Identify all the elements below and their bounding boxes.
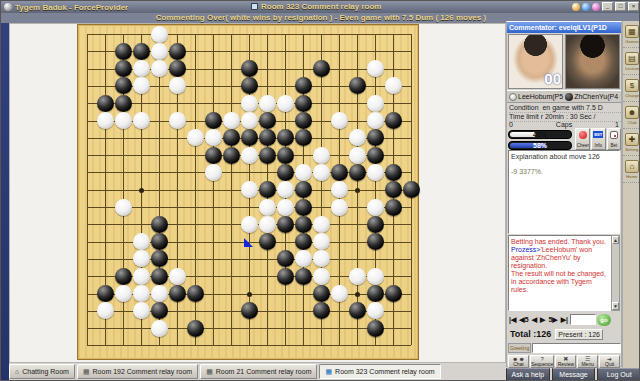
white-stone: [367, 302, 384, 319]
explanation-title: Explanation about move 126: [511, 153, 617, 160]
app-icon: [4, 3, 12, 11]
white-stone: [223, 112, 240, 129]
players-bar: LeeHobum(P5 ZhChenYu(P4: [507, 90, 621, 103]
white-stone: [169, 77, 186, 94]
explanation-body: -9 3377%.: [511, 168, 617, 175]
nav-button[interactable]: ▶: [539, 314, 546, 326]
black-stone: [295, 216, 312, 233]
black-stone: [295, 268, 312, 285]
black-stone: [295, 77, 312, 94]
dice-icon: [610, 131, 618, 139]
tab-room-323-comment-relay-room[interactable]: ▦Room 323 Comment relay room: [319, 364, 440, 379]
black-stone: [385, 285, 402, 302]
black-stone: [115, 95, 132, 112]
white-stone: [205, 129, 222, 146]
black-stone: [367, 285, 384, 302]
white-stone: [295, 250, 312, 267]
action-button-row: ☻☻Chat?Sequence✖Review☰Menu➜Quit: [507, 355, 621, 368]
log-out-button[interactable]: Log Out: [597, 368, 640, 381]
board-area: [9, 23, 506, 363]
white-stone: [313, 147, 330, 164]
black-stone: [151, 216, 168, 233]
white-stone: [313, 268, 330, 285]
black-stone: [259, 233, 276, 250]
right-icon-rail: ▦Games▤Lecture$Charge☻Club✚Setting⌂Home: [622, 21, 640, 368]
chat-panel: Betting has ended. Thank you. Prozess>'L…: [508, 235, 620, 311]
black-stone: [223, 147, 240, 164]
tab-icon: ⌂: [15, 368, 19, 375]
black-stone: [349, 77, 366, 94]
footer-buttons: Ask a helpMessageLog Out: [506, 368, 640, 381]
white-stone: [241, 216, 258, 233]
cheer-button[interactable]: Cheer: [575, 128, 590, 150]
white-stone: [151, 26, 168, 43]
black-stone: [259, 181, 276, 198]
star-point: [247, 292, 252, 297]
white-stone: [169, 268, 186, 285]
black-stone: [115, 43, 132, 60]
room-title: Room 323 Comment relay room: [251, 2, 381, 11]
room-tabs: ⌂Chatting Room▦Room 192 Comment relay ro…: [9, 363, 505, 380]
key-icon[interactable]: [592, 3, 600, 11]
black-player-name: ZhChenYu(P4: [574, 93, 618, 100]
home-icon: ⌂: [625, 160, 639, 173]
black-stone: [115, 77, 132, 94]
black-stone: [295, 112, 312, 129]
black-stone: [349, 164, 366, 181]
black-stone-icon: [565, 93, 573, 101]
bet-button[interactable]: Bet: [607, 128, 622, 150]
white-stone: [115, 199, 132, 216]
white-stone: [349, 129, 366, 146]
room-icon: [251, 3, 258, 10]
black-stone: [403, 181, 420, 198]
scroll-down-icon[interactable]: ▼: [612, 302, 619, 310]
black-stone: [277, 268, 294, 285]
black-stone: [115, 60, 132, 77]
tab-icon: ▦: [325, 368, 332, 376]
cheer-ball-icon: [579, 131, 587, 139]
bet-badge-icon: BET: [593, 131, 603, 138]
white-stone: [367, 112, 384, 129]
bet-ratio-bars: 42% 58%: [508, 130, 574, 152]
app-window: Tygem Baduk - ForceProvider Room 323 Com…: [0, 0, 640, 381]
white-stone: [277, 199, 294, 216]
black-stone: [295, 181, 312, 198]
black-stone: [313, 285, 330, 302]
black-stone: [331, 164, 348, 181]
black-stone: [151, 233, 168, 250]
club-icon: ☻: [625, 106, 639, 119]
black-stone: [223, 129, 240, 146]
black-stone: [385, 181, 402, 198]
white-stone: [367, 268, 384, 285]
chat-button[interactable]: ☻☻Chat: [508, 355, 529, 368]
chat-message: The result will not be changed, in accor…: [511, 270, 608, 294]
rail-item-lecture[interactable]: ▤Lecture: [623, 48, 640, 75]
title-bar: Tygem Baduk - ForceProvider Room 323 Com…: [1, 1, 640, 13]
black-stone: [367, 147, 384, 164]
white-stone: [151, 43, 168, 60]
black-stone: [367, 233, 384, 250]
explanation-panel: Explanation about move 126 -9 3377%.: [508, 150, 620, 234]
rail-item-games[interactable]: ▦Games: [623, 21, 640, 48]
black-stone: [187, 285, 204, 302]
maximize-button[interactable]: □: [615, 2, 626, 11]
menu-button[interactable]: ☰Menu: [577, 355, 598, 368]
globe-icon[interactable]: [582, 3, 590, 11]
white-stone: [313, 233, 330, 250]
white-player-photo: 00: [508, 34, 563, 89]
black-stone: [385, 164, 402, 181]
white-stone: [133, 77, 150, 94]
white-stone: [151, 60, 168, 77]
black-stone: [277, 129, 294, 146]
black-stone: [277, 250, 294, 267]
black-stone: [241, 77, 258, 94]
tab-icon: ▦: [206, 368, 213, 376]
ask-a-help-button[interactable]: Ask a help: [506, 368, 550, 381]
rail-item-club[interactable]: ☻Club: [623, 102, 640, 129]
chat-message: Betting has ended. Thank you.: [511, 238, 608, 246]
white-stone: [241, 147, 258, 164]
black-stone: [241, 302, 258, 319]
black-stone: [169, 285, 186, 302]
message-button[interactable]: Message: [552, 368, 596, 381]
white-stone: [277, 95, 294, 112]
white-stone: [133, 250, 150, 267]
white-stone: [313, 216, 330, 233]
quit-button[interactable]: ➜Quit: [599, 355, 620, 368]
nav-button[interactable]: ▶|: [560, 314, 569, 326]
scroll-up-icon[interactable]: ▲: [612, 236, 619, 244]
grid-line: [87, 345, 411, 346]
black-stone: [313, 302, 330, 319]
info-button[interactable]: BET Info: [591, 128, 606, 150]
white-stone: [349, 147, 366, 164]
last-move-marker: [244, 238, 253, 247]
sequence-button[interactable]: ?Sequence: [530, 355, 555, 368]
white-player-name: LeeHobum(P5: [518, 93, 563, 100]
black-stone: [97, 95, 114, 112]
setting-icon: ✚: [625, 133, 639, 146]
white-stone: [385, 77, 402, 94]
black-stone: [295, 95, 312, 112]
white-stone: [349, 268, 366, 285]
black-stone: [295, 233, 312, 250]
rail-item-charge[interactable]: $Charge: [623, 75, 640, 102]
black-stone: [97, 285, 114, 302]
grid-line: [87, 207, 411, 208]
white-stone: [133, 112, 150, 129]
white-stone: [331, 285, 348, 302]
white-captures: 0: [509, 121, 513, 129]
left-border-strip: [1, 23, 9, 381]
black-stone: [277, 216, 294, 233]
white-stone: [187, 129, 204, 146]
white-stone: [367, 60, 384, 77]
black-stone: [277, 164, 294, 181]
rail-item-setting[interactable]: ✚Setting: [623, 129, 640, 156]
black-player-photo: [565, 34, 620, 89]
white-stone: [133, 268, 150, 285]
close-button[interactable]: ×: [628, 2, 639, 11]
black-stone: [151, 302, 168, 319]
white-stone-icon: [509, 93, 517, 101]
black-stone: [241, 60, 258, 77]
minimize-button[interactable]: _: [602, 2, 613, 11]
nav-button[interactable]: 5▶: [547, 314, 558, 326]
black-stone: [187, 320, 204, 337]
star-point: [139, 188, 144, 193]
white-stone: [115, 112, 132, 129]
black-stone: [151, 250, 168, 267]
black-stone: [313, 60, 330, 77]
go-button[interactable]: go: [597, 314, 611, 326]
white-stone: [367, 95, 384, 112]
white-stone: [367, 164, 384, 181]
black-stone: [169, 43, 186, 60]
tab-room-21-comment-relay-room[interactable]: ▦Room 21 Comment relay room: [200, 364, 317, 379]
byoyomi-clock: 00: [544, 70, 561, 87]
white-stone: [97, 302, 114, 319]
grid-line: [87, 328, 411, 329]
black-stone: [115, 268, 132, 285]
nav-button[interactable]: ◀5: [518, 314, 529, 326]
chat-message: Prozess>'LeeHobum' won against 'ZhChenYu…: [511, 246, 608, 270]
black-stone: [349, 302, 366, 319]
black-stone: [169, 60, 186, 77]
white-stone: [115, 285, 132, 302]
nav-button[interactable]: ◀: [531, 314, 538, 326]
white-stone: [151, 320, 168, 337]
black-stone: [151, 268, 168, 285]
star-point: [355, 188, 360, 193]
black-stone: [367, 129, 384, 146]
present-move: Present : 126: [555, 329, 603, 340]
black-stone: [385, 199, 402, 216]
white-stone: [295, 164, 312, 181]
white-stone: [133, 285, 150, 302]
sidebar: Commentator: eveiqiLV1(P1D 00 LeeHobum(P…: [506, 21, 622, 367]
move-number-input[interactable]: [570, 314, 596, 325]
skin-icon[interactable]: [572, 3, 580, 11]
chat-scrollbar[interactable]: ▲ ▼: [611, 235, 620, 311]
white-stone: [241, 95, 258, 112]
white-bet-bar: 42%: [508, 130, 572, 139]
white-stone: [133, 233, 150, 250]
black-stone: [367, 320, 384, 337]
white-stone: [241, 112, 258, 129]
white-stone: [313, 250, 330, 267]
review-button[interactable]: ✖Review: [555, 355, 576, 368]
star-point: [355, 292, 360, 297]
white-stone: [169, 112, 186, 129]
black-stone: [295, 129, 312, 146]
black-stone: [367, 216, 384, 233]
black-stone: [385, 112, 402, 129]
black-stone: [259, 147, 276, 164]
tab-icon: ▦: [83, 368, 90, 376]
white-stone: [331, 112, 348, 129]
move-navigation: |◀◀5◀▶5▶▶| go: [508, 313, 621, 326]
white-stone: [367, 199, 384, 216]
black-stone: [259, 112, 276, 129]
black-stone: [205, 112, 222, 129]
black-stone: [241, 129, 258, 146]
black-stone: [259, 129, 276, 146]
white-stone: [277, 181, 294, 198]
greeting-input[interactable]: [532, 343, 621, 353]
white-stone: [331, 199, 348, 216]
greeting-label: Greeting: [508, 343, 531, 353]
black-stone: [277, 147, 294, 164]
white-stone: [133, 302, 150, 319]
lecture-icon: ▤: [625, 52, 639, 65]
condition-line: Condition en game with 7.5 D: [509, 104, 621, 113]
tab-chatting-room[interactable]: ⌂Chatting Room: [9, 364, 75, 379]
black-stone: [133, 43, 150, 60]
white-stone: [151, 285, 168, 302]
charge-icon: $: [625, 79, 639, 92]
tab-room-192-comment-relay-room[interactable]: ▦Room 192 Comment relay room: [77, 364, 198, 379]
white-stone: [259, 216, 276, 233]
black-bet-bar: 58%: [508, 141, 572, 150]
black-stone: [205, 147, 222, 164]
commentator-bar: Commentator: eveiqiLV1(P1D: [507, 22, 621, 33]
white-stone: [205, 164, 222, 181]
window-title: Tygem Baduk - ForceProvider: [15, 3, 128, 12]
white-stone: [313, 164, 330, 181]
captures-label: Caps: [556, 121, 572, 129]
white-stone: [97, 112, 114, 129]
rail-item-home[interactable]: ⌂Home: [623, 156, 640, 183]
white-stone: [133, 60, 150, 77]
white-stone: [241, 181, 258, 198]
white-stone: [259, 199, 276, 216]
nav-button[interactable]: |◀: [508, 314, 517, 326]
white-stone: [331, 181, 348, 198]
black-stone: [295, 199, 312, 216]
white-stone: [259, 95, 276, 112]
go-board[interactable]: [77, 24, 419, 360]
games-icon: ▦: [625, 25, 639, 38]
total-moves: Total :126: [510, 329, 551, 339]
